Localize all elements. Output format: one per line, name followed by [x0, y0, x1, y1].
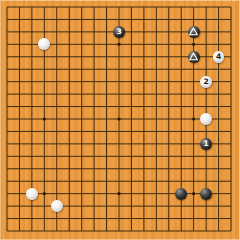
triangle-mark-icon — [189, 52, 198, 61]
white-stone-C4[interactable] — [26, 188, 38, 200]
white-stone-R13[interactable]: 2 — [200, 76, 212, 88]
black-stone-R8[interactable]: 1 — [200, 138, 212, 150]
black-stone-Q15[interactable] — [188, 51, 200, 63]
triangle-mark-icon — [189, 27, 198, 36]
black-stone-Q17[interactable] — [188, 26, 200, 38]
white-stone-E3[interactable] — [51, 200, 63, 212]
move-number-label: 2 — [203, 78, 208, 86]
black-stone-R4[interactable] — [200, 188, 212, 200]
white-stone-D16[interactable] — [38, 38, 50, 50]
black-stone-K17[interactable]: 3 — [113, 26, 125, 38]
white-stone-R10[interactable] — [200, 113, 212, 125]
stones-layer: 3142 — [0, 0, 240, 240]
move-number-label: 1 — [203, 140, 208, 148]
go-diagram: 3142 — [0, 0, 240, 240]
move-number-label: 4 — [216, 53, 221, 61]
move-number-label: 3 — [116, 28, 121, 36]
white-stone-S15[interactable]: 4 — [213, 51, 225, 63]
black-stone-P4[interactable] — [175, 188, 187, 200]
go-board[interactable]: 3142 — [0, 0, 240, 240]
